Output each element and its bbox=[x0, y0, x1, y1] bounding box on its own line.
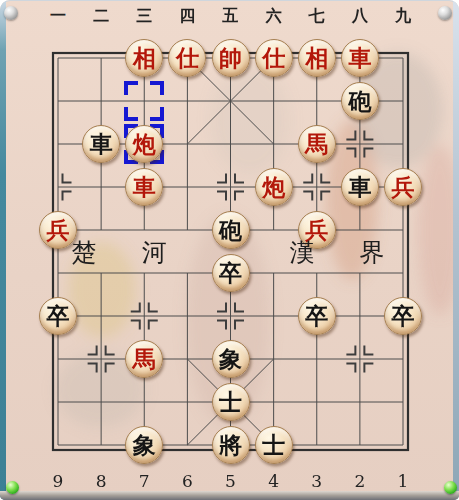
river-character: 界 bbox=[360, 236, 385, 269]
piece-glyph: 車 bbox=[348, 175, 371, 198]
piece-black-cannon[interactable]: 砲 bbox=[341, 82, 379, 120]
piece-glyph: 卒 bbox=[47, 304, 70, 327]
file-label-bottom: 4 bbox=[256, 471, 292, 491]
window-left-edge bbox=[0, 0, 6, 500]
status-light-icon bbox=[6, 481, 19, 494]
piece-glyph: 士 bbox=[219, 390, 242, 413]
file-label-bottom: 5 bbox=[213, 471, 249, 491]
piece-black-pawn[interactable]: 卒 bbox=[212, 254, 250, 292]
piece-glyph: 炮 bbox=[133, 132, 156, 155]
piece-red-general[interactable]: 帥 bbox=[212, 39, 250, 77]
piece-glyph: 馬 bbox=[305, 132, 328, 155]
piece-glyph: 卒 bbox=[219, 261, 242, 284]
corner-screw-icon bbox=[4, 6, 18, 20]
file-label-bottom: 2 bbox=[342, 471, 378, 491]
piece-glyph: 相 bbox=[305, 46, 328, 69]
piece-glyph: 將 bbox=[219, 433, 242, 456]
piece-glyph: 砲 bbox=[219, 218, 242, 241]
piece-black-advisor[interactable]: 士 bbox=[255, 426, 293, 464]
piece-red-chariot[interactable]: 車 bbox=[125, 168, 163, 206]
piece-red-elephant[interactable]: 相 bbox=[125, 39, 163, 77]
file-label-top: 二 bbox=[83, 6, 119, 26]
piece-red-pawn[interactable]: 兵 bbox=[384, 168, 422, 206]
file-label-bottom: 7 bbox=[126, 471, 162, 491]
window-right-edge bbox=[453, 0, 459, 500]
file-label-top: 三 bbox=[126, 6, 162, 26]
piece-glyph: 砲 bbox=[348, 89, 371, 112]
xiangqi-app-window: 相仕帥仕相車砲車炮馬車炮車兵兵砲兵卒卒卒卒馬象士象將士 一二三四五六七八九 98… bbox=[0, 0, 459, 500]
piece-glyph: 炮 bbox=[262, 175, 285, 198]
file-label-top: 五 bbox=[213, 6, 249, 26]
piece-glyph: 仕 bbox=[262, 46, 285, 69]
piece-glyph: 馬 bbox=[133, 347, 156, 370]
piece-black-general[interactable]: 將 bbox=[212, 426, 250, 464]
piece-black-pawn[interactable]: 卒 bbox=[298, 297, 336, 335]
corner-screw-icon bbox=[438, 6, 452, 20]
piece-black-chariot[interactable]: 車 bbox=[82, 125, 120, 163]
piece-black-pawn[interactable]: 卒 bbox=[384, 297, 422, 335]
piece-red-cannon[interactable]: 炮 bbox=[255, 168, 293, 206]
file-label-bottom: 9 bbox=[40, 471, 76, 491]
piece-glyph: 卒 bbox=[305, 304, 328, 327]
file-label-top: 六 bbox=[256, 6, 292, 26]
window-bottom-bar bbox=[0, 491, 459, 500]
piece-black-elephant[interactable]: 象 bbox=[125, 426, 163, 464]
file-label-top: 八 bbox=[342, 6, 378, 26]
status-light-icon bbox=[444, 481, 457, 494]
piece-glyph: 相 bbox=[133, 46, 156, 69]
piece-glyph: 象 bbox=[133, 433, 156, 456]
piece-glyph: 仕 bbox=[176, 46, 199, 69]
piece-red-horse[interactable]: 馬 bbox=[298, 125, 336, 163]
file-label-top: 四 bbox=[169, 6, 205, 26]
piece-glyph: 士 bbox=[262, 433, 285, 456]
piece-black-pawn[interactable]: 卒 bbox=[39, 297, 77, 335]
file-label-top: 九 bbox=[385, 6, 421, 26]
piece-red-chariot[interactable]: 車 bbox=[341, 39, 379, 77]
piece-red-horse[interactable]: 馬 bbox=[125, 340, 163, 378]
piece-glyph: 車 bbox=[90, 132, 113, 155]
piece-black-elephant[interactable]: 象 bbox=[212, 340, 250, 378]
file-label-bottom: 1 bbox=[385, 471, 421, 491]
piece-black-cannon[interactable]: 砲 bbox=[212, 211, 250, 249]
piece-red-advisor[interactable]: 仕 bbox=[255, 39, 293, 77]
piece-glyph: 卒 bbox=[392, 304, 415, 327]
file-label-bottom: 6 bbox=[169, 471, 205, 491]
river-character: 漢 bbox=[290, 236, 315, 269]
piece-red-elephant[interactable]: 相 bbox=[298, 39, 336, 77]
piece-black-chariot[interactable]: 車 bbox=[341, 168, 379, 206]
river-character: 楚 bbox=[72, 236, 97, 269]
file-label-top: 一 bbox=[40, 6, 76, 26]
file-label-top: 七 bbox=[299, 6, 335, 26]
file-label-bottom: 3 bbox=[299, 471, 335, 491]
piece-glyph: 兵 bbox=[392, 175, 415, 198]
piece-glyph: 兵 bbox=[47, 218, 70, 241]
file-label-bottom: 8 bbox=[83, 471, 119, 491]
piece-glyph: 帥 bbox=[219, 46, 242, 69]
piece-glyph: 車 bbox=[348, 46, 371, 69]
river-character: 河 bbox=[142, 236, 167, 269]
piece-glyph: 象 bbox=[219, 347, 242, 370]
piece-glyph: 車 bbox=[133, 175, 156, 198]
piece-red-cannon[interactable]: 炮 bbox=[125, 125, 163, 163]
piece-black-advisor[interactable]: 士 bbox=[212, 383, 250, 421]
